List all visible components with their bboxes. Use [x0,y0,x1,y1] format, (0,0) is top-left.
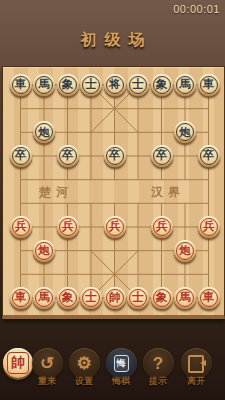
piece-glyph: 馬 [176,289,194,307]
piece-red-elephant[interactable]: 象 [151,287,173,309]
page-title: 初级场 [0,30,225,51]
piece-black-cannon[interactable]: 炮 [33,121,55,143]
piece-black-advisor[interactable]: 士 [127,74,149,96]
piece-glyph: 象 [153,76,171,94]
piece-glyph: 卒 [153,147,171,165]
piece-red-cannon[interactable]: 炮 [174,240,196,262]
piece-glyph: 象 [153,289,171,307]
piece-black-advisor[interactable]: 士 [80,74,102,96]
piece-black-chariot[interactable]: 車 [10,74,32,96]
piece-glyph: 卒 [200,147,218,165]
piece-glyph: 馬 [35,76,53,94]
piece-black-soldier[interactable]: 卒 [10,145,32,167]
toolbar-button-label: 悔棋 [104,375,138,388]
piece-black-elephant[interactable]: 象 [57,74,79,96]
piece-glyph: 炮 [35,123,53,141]
undo-tile-glyph: 悔 [114,355,129,372]
piece-black-cannon[interactable]: 炮 [174,121,196,143]
toolbar-button-label: 重来 [30,375,64,388]
piece-glyph: 象 [59,76,77,94]
piece-glyph: 兵 [59,218,77,236]
piece-red-soldier[interactable]: 兵 [151,216,173,238]
gear-button[interactable]: ⚙设置 [67,346,101,390]
toolbar-button-label: 离开 [179,375,213,388]
gear-icon-glyph: ⚙ [76,355,91,372]
piece-red-soldier[interactable]: 兵 [57,216,79,238]
piece-black-horse[interactable]: 馬 [174,74,196,96]
piece-black-elephant[interactable]: 象 [151,74,173,96]
piece-glyph: 車 [200,76,218,94]
piece-glyph: 将 [106,76,124,94]
piece-red-horse[interactable]: 馬 [33,287,55,309]
piece-red-soldier[interactable]: 兵 [198,216,220,238]
piece-glyph: 馬 [35,289,53,307]
piece-glyph: 卒 [59,147,77,165]
piece-black-general[interactable]: 将 [104,74,126,96]
piece-black-horse[interactable]: 馬 [33,74,55,96]
exit-door-button[interactable]: 离开 [179,346,213,390]
game-timer: 00:00:01 [173,3,220,15]
piece-red-advisor[interactable]: 士 [80,287,102,309]
piece-red-horse[interactable]: 馬 [174,287,196,309]
game-screen: 00:00:01 初级场 楚河 汉界 車馬象士将士象馬車炮炮卒卒卒卒卒兵兵兵兵兵… [0,0,225,400]
piece-glyph: 炮 [35,242,53,260]
piece-black-soldier[interactable]: 卒 [104,145,126,167]
piece-glyph: 車 [200,289,218,307]
piece-glyph: 車 [12,289,30,307]
restart-button[interactable]: ↺重来 [30,346,64,390]
piece-glyph: 車 [12,76,30,94]
question-icon-glyph: ? [153,355,163,372]
piece-red-cannon[interactable]: 炮 [33,240,55,262]
piece-glyph: 兵 [106,218,124,236]
piece-glyph: 帥 [106,289,124,307]
restart-icon-glyph: ↺ [40,355,54,372]
piece-glyph: 兵 [153,218,171,236]
piece-black-soldier[interactable]: 卒 [151,145,173,167]
exit-door-shape [188,355,204,373]
piece-glyph: 馬 [176,76,194,94]
piece-glyph: 卒 [12,147,30,165]
piece-glyph: 士 [82,76,100,94]
toolbar-button-label: 设置 [67,375,101,388]
piece-glyph: 炮 [176,123,194,141]
piece-glyph: 兵 [12,218,30,236]
piece-black-chariot[interactable]: 車 [198,74,220,96]
piece-glyph: 象 [59,289,77,307]
piece-red-chariot[interactable]: 車 [10,287,32,309]
piece-black-soldier[interactable]: 卒 [57,145,79,167]
piece-grid: 車馬象士将士象馬車炮炮卒卒卒卒卒兵兵兵兵兵炮炮車馬象士帥士象馬車 [9,73,221,310]
piece-red-advisor[interactable]: 士 [127,287,149,309]
piece-red-soldier[interactable]: 兵 [10,216,32,238]
red-general-piece-icon: 帥 [3,348,33,378]
piece-glyph: 士 [129,76,147,94]
bottom-toolbar: 帥 ↺重来⚙设置悔悔棋?提示离开 [0,346,225,390]
piece-black-soldier[interactable]: 卒 [198,145,220,167]
question-button[interactable]: ?提示 [141,346,175,390]
piece-red-general[interactable]: 帥 [104,287,126,309]
piece-glyph: 士 [82,289,100,307]
piece-glyph: 兵 [200,218,218,236]
piece-glyph: 士 [129,289,147,307]
piece-red-soldier[interactable]: 兵 [104,216,126,238]
xiangqi-board[interactable]: 楚河 汉界 車馬象士将士象馬車炮炮卒卒卒卒卒兵兵兵兵兵炮炮車馬象士帥士象馬車 [2,66,225,319]
undo-piece-button[interactable]: 悔悔棋 [104,346,138,390]
piece-red-chariot[interactable]: 車 [198,287,220,309]
piece-red-elephant[interactable]: 象 [57,287,79,309]
toolbar-button-label: 提示 [141,375,175,388]
piece-glyph: 炮 [176,242,194,260]
piece-glyph: 卒 [106,147,124,165]
